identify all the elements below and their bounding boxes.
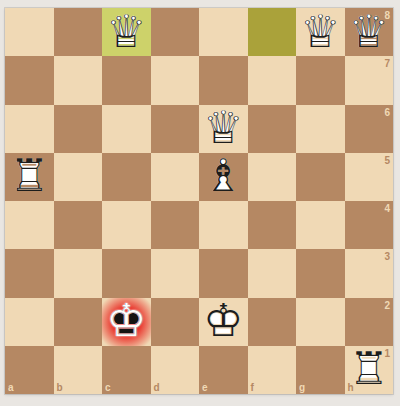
file-label-c: c — [105, 382, 111, 393]
file-label-e: e — [202, 382, 208, 393]
square-h7[interactable]: 7 — [345, 56, 394, 104]
square-b1[interactable]: b — [54, 346, 103, 394]
square-g8[interactable]: ♛♕ — [296, 8, 345, 56]
square-h4[interactable]: 4 — [345, 201, 394, 249]
file-label-b: b — [57, 382, 63, 393]
square-b5[interactable] — [54, 153, 103, 201]
square-d6[interactable] — [151, 105, 200, 153]
rank-label-7: 7 — [384, 58, 390, 69]
square-f5[interactable] — [248, 153, 297, 201]
piece-white-bishop[interactable]: ♝♗ — [199, 153, 248, 201]
square-h2[interactable]: 2 — [345, 298, 394, 346]
square-f1[interactable]: f — [248, 346, 297, 394]
square-d5[interactable] — [151, 153, 200, 201]
piece-black-king[interactable]: ♚♔ — [102, 298, 151, 346]
square-h1[interactable]: ♜♖1h — [345, 346, 394, 394]
piece-white-rook[interactable]: ♜♖ — [5, 153, 54, 201]
square-e3[interactable] — [199, 249, 248, 297]
square-f2[interactable] — [248, 298, 297, 346]
square-a5[interactable]: ♜♖ — [5, 153, 54, 201]
square-f4[interactable] — [248, 201, 297, 249]
square-c4[interactable] — [102, 201, 151, 249]
square-b2[interactable] — [54, 298, 103, 346]
white-queen-outline: ♕ — [102, 8, 151, 56]
square-e7[interactable] — [199, 56, 248, 104]
square-c7[interactable] — [102, 56, 151, 104]
square-g3[interactable] — [296, 249, 345, 297]
square-a6[interactable] — [5, 105, 54, 153]
square-e8[interactable] — [199, 8, 248, 56]
square-a7[interactable] — [5, 56, 54, 104]
square-a2[interactable] — [5, 298, 54, 346]
square-f3[interactable] — [248, 249, 297, 297]
piece-white-queen[interactable]: ♛♕ — [199, 105, 248, 153]
square-e6[interactable]: ♛♕ — [199, 105, 248, 153]
square-g1[interactable]: g — [296, 346, 345, 394]
piece-white-queen[interactable]: ♛♕ — [296, 8, 345, 56]
square-b3[interactable] — [54, 249, 103, 297]
square-c1[interactable]: c — [102, 346, 151, 394]
square-f7[interactable] — [248, 56, 297, 104]
square-g2[interactable] — [296, 298, 345, 346]
square-g5[interactable] — [296, 153, 345, 201]
rank-label-2: 2 — [384, 300, 390, 311]
square-d1[interactable]: d — [151, 346, 200, 394]
square-a3[interactable] — [5, 249, 54, 297]
square-e1[interactable]: e — [199, 346, 248, 394]
piece-white-queen[interactable]: ♛♕ — [102, 8, 151, 56]
square-h8[interactable]: ♛♕8 — [345, 8, 394, 56]
square-g6[interactable] — [296, 105, 345, 153]
white-bishop-outline: ♗ — [199, 153, 248, 201]
square-e5[interactable]: ♝♗ — [199, 153, 248, 201]
page-background: ♛♕♛♕♛♕87♛♕6♜♖♝♗543♚♔♚♔2abcdefg♜♖1h — [0, 0, 400, 406]
square-e2[interactable]: ♚♔ — [199, 298, 248, 346]
piece-white-queen[interactable]: ♛♕ — [345, 8, 394, 56]
square-f6[interactable] — [248, 105, 297, 153]
rank-label-5: 5 — [384, 155, 390, 166]
square-c8[interactable]: ♛♕ — [102, 8, 151, 56]
piece-white-king[interactable]: ♚♔ — [199, 298, 248, 346]
square-d2[interactable] — [151, 298, 200, 346]
white-rook-outline: ♖ — [345, 346, 394, 394]
file-label-a: a — [8, 382, 14, 393]
square-c3[interactable] — [102, 249, 151, 297]
file-label-g: g — [299, 382, 305, 393]
square-a4[interactable] — [5, 201, 54, 249]
square-e4[interactable] — [199, 201, 248, 249]
square-c6[interactable] — [102, 105, 151, 153]
square-f8[interactable] — [248, 8, 297, 56]
piece-white-rook[interactable]: ♜♖ — [345, 346, 394, 394]
square-b7[interactable] — [54, 56, 103, 104]
square-h6[interactable]: 6 — [345, 105, 394, 153]
rank-label-3: 3 — [384, 251, 390, 262]
square-c2[interactable]: ♚♔ — [102, 298, 151, 346]
square-d7[interactable] — [151, 56, 200, 104]
rank-label-4: 4 — [384, 203, 390, 214]
white-king-outline: ♔ — [199, 298, 248, 346]
file-label-f: f — [251, 382, 254, 393]
white-queen-outline: ♕ — [199, 105, 248, 153]
square-d3[interactable] — [151, 249, 200, 297]
square-d8[interactable] — [151, 8, 200, 56]
square-g4[interactable] — [296, 201, 345, 249]
square-g7[interactable] — [296, 56, 345, 104]
file-label-d: d — [154, 382, 160, 393]
black-king-outline: ♔ — [102, 298, 151, 346]
square-b4[interactable] — [54, 201, 103, 249]
square-c5[interactable] — [102, 153, 151, 201]
square-d4[interactable] — [151, 201, 200, 249]
white-queen-outline: ♕ — [296, 8, 345, 56]
square-h3[interactable]: 3 — [345, 249, 394, 297]
white-queen-outline: ♕ — [345, 8, 394, 56]
white-rook-outline: ♖ — [5, 153, 54, 201]
square-h5[interactable]: 5 — [345, 153, 394, 201]
square-a1[interactable]: a — [5, 346, 54, 394]
rank-label-6: 6 — [384, 107, 390, 118]
chess-board: ♛♕♛♕♛♕87♛♕6♜♖♝♗543♚♔♚♔2abcdefg♜♖1h — [5, 8, 393, 394]
square-b6[interactable] — [54, 105, 103, 153]
square-a8[interactable] — [5, 8, 54, 56]
square-b8[interactable] — [54, 8, 103, 56]
